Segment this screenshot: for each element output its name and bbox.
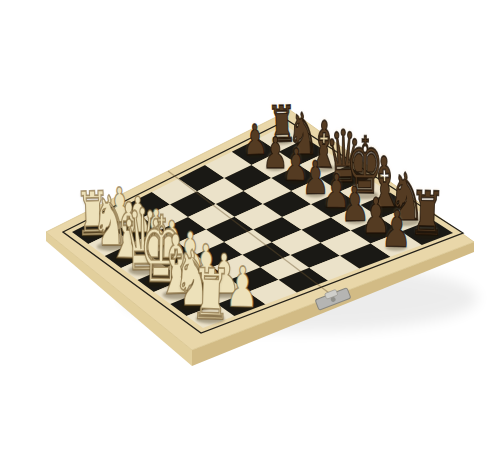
piece-contact-shadow bbox=[306, 191, 325, 197]
piece-contact-shadow bbox=[212, 291, 235, 299]
piece-contact-shadow bbox=[144, 242, 165, 249]
piece-contact-shadow bbox=[110, 218, 130, 225]
piece-contact-shadow bbox=[331, 177, 357, 185]
piece-contact-shadow bbox=[163, 290, 192, 300]
piece-contact-shadow bbox=[113, 254, 140, 263]
piece-contact-shadow bbox=[365, 231, 386, 238]
piece-contact-shadow bbox=[127, 230, 148, 237]
piece-contact-shadow bbox=[346, 217, 366, 224]
piece-contact-shadow bbox=[145, 278, 176, 288]
piece-contact-shadow bbox=[286, 178, 305, 184]
piece-contact-shadow bbox=[195, 279, 218, 287]
piece-contact-shadow bbox=[161, 254, 183, 261]
piece-contact-shadow bbox=[129, 266, 159, 276]
piece-contact-shadow bbox=[272, 138, 293, 145]
piece-contact-shadow bbox=[196, 314, 225, 323]
chess-set-photo: ♜︎♟︎♞︎♟︎♝︎♟︎♛︎♟︎♚︎♟︎♝︎♟︎♟︎♞︎♟︎♟︎♜︎♜︎♟︎♞︎… bbox=[0, 0, 500, 460]
piece-contact-shadow bbox=[178, 267, 200, 274]
piece-contact-shadow bbox=[326, 204, 346, 211]
piece-contact-shadow bbox=[352, 191, 378, 200]
piece-contact-shadow bbox=[312, 164, 335, 172]
piece-contact-shadow bbox=[415, 231, 440, 239]
piece-contact-shadow bbox=[394, 218, 420, 226]
piece-contact-shadow bbox=[246, 152, 264, 158]
piece-contact-shadow bbox=[179, 302, 209, 312]
piece-contact-shadow bbox=[385, 244, 407, 251]
piece-contact-shadow bbox=[373, 204, 398, 212]
piece-contact-shadow bbox=[97, 242, 124, 251]
piece-contact-shadow bbox=[81, 230, 106, 238]
piece-contact-shadow bbox=[229, 303, 253, 311]
piece-contact-shadow bbox=[266, 165, 284, 171]
piece-contact-shadow bbox=[292, 151, 314, 158]
chess-board bbox=[0, 0, 500, 460]
